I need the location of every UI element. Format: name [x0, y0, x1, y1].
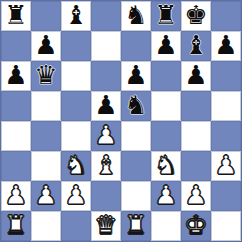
square-g8[interactable]: ♚ — [181, 1, 211, 31]
black-pawn-icon[interactable]: ♟ — [214, 32, 237, 58]
square-e1[interactable]: ♜ — [121, 211, 151, 241]
black-pawn-icon[interactable]: ♟ — [184, 62, 207, 88]
black-bishop-icon[interactable]: ♝ — [184, 32, 207, 58]
square-a3[interactable] — [1, 151, 31, 181]
white-pawn-icon[interactable]: ♟ — [64, 182, 87, 208]
square-f7[interactable]: ♟ — [151, 31, 181, 61]
square-e3[interactable] — [121, 151, 151, 181]
square-g5[interactable] — [181, 91, 211, 121]
square-h4[interactable] — [211, 121, 241, 151]
square-a8[interactable]: ♜ — [1, 1, 31, 31]
square-e4[interactable] — [121, 121, 151, 151]
square-c7[interactable] — [61, 31, 91, 61]
square-g7[interactable]: ♝ — [181, 31, 211, 61]
square-c6[interactable] — [61, 61, 91, 91]
square-c4[interactable] — [61, 121, 91, 151]
square-c1[interactable] — [61, 211, 91, 241]
square-h7[interactable]: ♟ — [211, 31, 241, 61]
white-pawn-icon[interactable]: ♟ — [4, 182, 27, 208]
square-c2[interactable]: ♟ — [61, 181, 91, 211]
chess-board: ♜♝♞♜♚♟♟♝♟♟♛♟♟♟♞♟♞♝♞♟♟♟♟♟♟♜♛♜♚ — [0, 0, 242, 242]
white-pawn-icon[interactable]: ♟ — [214, 152, 237, 178]
square-g2[interactable]: ♟ — [181, 181, 211, 211]
black-rook-icon[interactable]: ♜ — [4, 2, 27, 28]
square-a7[interactable] — [1, 31, 31, 61]
square-b8[interactable] — [31, 1, 61, 31]
black-pawn-icon[interactable]: ♟ — [154, 32, 177, 58]
square-g3[interactable] — [181, 151, 211, 181]
square-a6[interactable]: ♟ — [1, 61, 31, 91]
square-g6[interactable]: ♟ — [181, 61, 211, 91]
black-pawn-icon[interactable]: ♟ — [4, 62, 27, 88]
black-knight-icon[interactable]: ♞ — [124, 2, 147, 28]
square-d1[interactable]: ♛ — [91, 211, 121, 241]
square-f2[interactable]: ♟ — [151, 181, 181, 211]
square-f3[interactable]: ♞ — [151, 151, 181, 181]
square-e6[interactable]: ♟ — [121, 61, 151, 91]
square-d8[interactable] — [91, 1, 121, 31]
square-f1[interactable] — [151, 211, 181, 241]
square-e5[interactable]: ♞ — [121, 91, 151, 121]
square-b6[interactable]: ♛ — [31, 61, 61, 91]
black-knight-icon[interactable]: ♞ — [124, 92, 147, 118]
square-c5[interactable] — [61, 91, 91, 121]
square-h1[interactable] — [211, 211, 241, 241]
square-d4[interactable]: ♟ — [91, 121, 121, 151]
black-king-icon[interactable]: ♚ — [184, 2, 207, 28]
square-e2[interactable] — [121, 181, 151, 211]
white-rook-icon[interactable]: ♜ — [4, 212, 27, 238]
square-e7[interactable] — [121, 31, 151, 61]
square-a1[interactable]: ♜ — [1, 211, 31, 241]
square-a4[interactable] — [1, 121, 31, 151]
white-rook-icon[interactable]: ♜ — [124, 212, 147, 238]
square-h5[interactable] — [211, 91, 241, 121]
square-a2[interactable]: ♟ — [1, 181, 31, 211]
square-d6[interactable] — [91, 61, 121, 91]
square-g1[interactable]: ♚ — [181, 211, 211, 241]
white-king-icon[interactable]: ♚ — [184, 212, 207, 238]
white-pawn-icon[interactable]: ♟ — [154, 182, 177, 208]
square-b3[interactable] — [31, 151, 61, 181]
square-h8[interactable] — [211, 1, 241, 31]
square-d5[interactable]: ♟ — [91, 91, 121, 121]
square-d3[interactable]: ♝ — [91, 151, 121, 181]
white-pawn-icon[interactable]: ♟ — [184, 182, 207, 208]
white-pawn-icon[interactable]: ♟ — [34, 182, 57, 208]
square-b7[interactable]: ♟ — [31, 31, 61, 61]
square-b5[interactable] — [31, 91, 61, 121]
square-a5[interactable] — [1, 91, 31, 121]
square-h3[interactable]: ♟ — [211, 151, 241, 181]
black-pawn-icon[interactable]: ♟ — [124, 62, 147, 88]
square-f4[interactable] — [151, 121, 181, 151]
square-b4[interactable] — [31, 121, 61, 151]
white-pawn-icon[interactable]: ♟ — [94, 122, 117, 148]
square-d2[interactable] — [91, 181, 121, 211]
square-f8[interactable]: ♜ — [151, 1, 181, 31]
black-queen-icon[interactable]: ♛ — [34, 62, 57, 88]
black-pawn-icon[interactable]: ♟ — [94, 92, 117, 118]
square-b1[interactable] — [31, 211, 61, 241]
square-f5[interactable] — [151, 91, 181, 121]
black-bishop-icon[interactable]: ♝ — [64, 2, 87, 28]
square-h2[interactable] — [211, 181, 241, 211]
white-knight-icon[interactable]: ♞ — [154, 152, 177, 178]
square-c8[interactable]: ♝ — [61, 1, 91, 31]
white-bishop-icon[interactable]: ♝ — [94, 152, 117, 178]
white-knight-icon[interactable]: ♞ — [64, 152, 87, 178]
square-g4[interactable] — [181, 121, 211, 151]
black-pawn-icon[interactable]: ♟ — [34, 32, 57, 58]
square-e8[interactable]: ♞ — [121, 1, 151, 31]
square-b2[interactable]: ♟ — [31, 181, 61, 211]
white-queen-icon[interactable]: ♛ — [94, 212, 117, 238]
square-d7[interactable] — [91, 31, 121, 61]
square-h6[interactable] — [211, 61, 241, 91]
square-c3[interactable]: ♞ — [61, 151, 91, 181]
square-f6[interactable] — [151, 61, 181, 91]
black-rook-icon[interactable]: ♜ — [154, 2, 177, 28]
